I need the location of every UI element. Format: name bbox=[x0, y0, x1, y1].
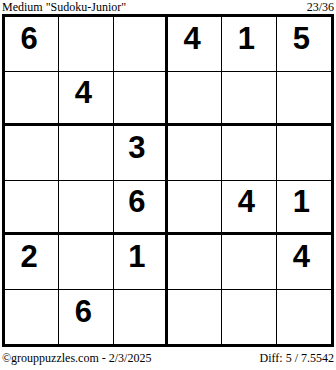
cell-r5c2[interactable] bbox=[59, 235, 113, 290]
cell-r3c3: 3 bbox=[114, 126, 168, 181]
cell-r6c3[interactable] bbox=[114, 290, 168, 345]
cell-r6c5[interactable] bbox=[222, 290, 276, 345]
cell-r5c1: 2 bbox=[5, 235, 59, 290]
cell-r4c1[interactable] bbox=[5, 181, 59, 236]
cell-r5c3: 1 bbox=[114, 235, 168, 290]
footer: ©grouppuzzles.com - 2/3/2025 Diff: 5 / 7… bbox=[0, 350, 336, 366]
cell-r1c3[interactable] bbox=[114, 17, 168, 72]
cell-r4c2[interactable] bbox=[59, 181, 113, 236]
empty-cells-counter: 23/36 bbox=[307, 0, 334, 14]
copyright-text: ©grouppuzzles.com - 2/3/2025 bbox=[2, 351, 151, 365]
cell-r3c1[interactable] bbox=[5, 126, 59, 181]
header: Medium "Sudoku-Junior" 23/36 bbox=[0, 0, 336, 14]
cell-r6c4[interactable] bbox=[168, 290, 222, 345]
cell-r2c6[interactable] bbox=[277, 72, 331, 127]
cell-r3c2[interactable] bbox=[59, 126, 113, 181]
cell-r3c4[interactable] bbox=[168, 126, 222, 181]
cell-r1c6: 5 bbox=[277, 17, 331, 72]
cell-r2c1[interactable] bbox=[5, 72, 59, 127]
cell-r4c4[interactable] bbox=[168, 181, 222, 236]
board: 6415436412146 bbox=[2, 14, 334, 347]
cell-r3c5[interactable] bbox=[222, 126, 276, 181]
cell-r5c6: 4 bbox=[277, 235, 331, 290]
cell-r3c6[interactable] bbox=[277, 126, 331, 181]
cell-r6c2: 6 bbox=[59, 290, 113, 345]
cell-r2c2: 4 bbox=[59, 72, 113, 127]
cell-r1c1: 6 bbox=[5, 17, 59, 72]
cell-r4c5: 4 bbox=[222, 181, 276, 236]
cell-r1c4: 4 bbox=[168, 17, 222, 72]
cell-r1c2[interactable] bbox=[59, 17, 113, 72]
cell-r4c6: 1 bbox=[277, 181, 331, 236]
cell-r5c5[interactable] bbox=[222, 235, 276, 290]
cell-r2c4[interactable] bbox=[168, 72, 222, 127]
cell-r4c3: 6 bbox=[114, 181, 168, 236]
cell-r5c4[interactable] bbox=[168, 235, 222, 290]
cell-r6c1[interactable] bbox=[5, 290, 59, 345]
cell-r6c6[interactable] bbox=[277, 290, 331, 345]
cell-r1c5: 1 bbox=[222, 17, 276, 72]
cell-r2c5[interactable] bbox=[222, 72, 276, 127]
cell-r2c3[interactable] bbox=[114, 72, 168, 127]
puzzle-title: Medium "Sudoku-Junior" bbox=[2, 0, 126, 14]
difficulty-text: Diff: 5 / 7.5542 bbox=[260, 351, 334, 365]
puzzle-page: Medium "Sudoku-Junior" 23/36 64154364121… bbox=[0, 0, 336, 370]
